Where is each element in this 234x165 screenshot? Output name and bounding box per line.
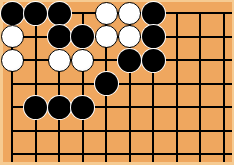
- white-stone: [1, 25, 24, 48]
- intersection[interactable]: [47, 119, 71, 143]
- intersection[interactable]: [118, 119, 142, 143]
- intersection[interactable]: [212, 142, 234, 165]
- intersection: [0, 1, 24, 25]
- white-stone: [118, 2, 141, 25]
- stones-grid: [0, 1, 234, 165]
- intersection[interactable]: [141, 142, 165, 165]
- black-stone: [24, 96, 47, 119]
- black-stone: [95, 72, 118, 95]
- intersection[interactable]: [188, 72, 212, 96]
- intersection[interactable]: [141, 119, 165, 143]
- intersection[interactable]: [94, 119, 118, 143]
- intersection[interactable]: [118, 142, 142, 165]
- intersection[interactable]: [94, 48, 118, 72]
- intersection[interactable]: [71, 72, 95, 96]
- intersection[interactable]: [165, 142, 189, 165]
- white-stone: [1, 49, 24, 72]
- intersection[interactable]: [118, 95, 142, 119]
- black-stone: [71, 96, 94, 119]
- intersection[interactable]: [165, 48, 189, 72]
- intersection: [94, 72, 118, 96]
- white-stone: [71, 49, 94, 72]
- intersection[interactable]: [212, 1, 234, 25]
- intersection[interactable]: [71, 142, 95, 165]
- intersection: [141, 25, 165, 49]
- intersection: [47, 95, 71, 119]
- intersection: [141, 1, 165, 25]
- intersection[interactable]: [24, 142, 48, 165]
- intersection: [47, 1, 71, 25]
- intersection[interactable]: [24, 119, 48, 143]
- intersection: [47, 25, 71, 49]
- intersection: [71, 25, 95, 49]
- intersection: [24, 1, 48, 25]
- intersection: [118, 48, 142, 72]
- black-stone: [1, 2, 24, 25]
- intersection: [118, 25, 142, 49]
- intersection[interactable]: [0, 142, 24, 165]
- intersection: [118, 1, 142, 25]
- intersection[interactable]: [24, 48, 48, 72]
- intersection[interactable]: [212, 95, 234, 119]
- intersection[interactable]: [94, 142, 118, 165]
- intersection[interactable]: [212, 72, 234, 96]
- white-stone: [95, 2, 118, 25]
- intersection[interactable]: [71, 119, 95, 143]
- intersection[interactable]: [165, 95, 189, 119]
- intersection[interactable]: [47, 142, 71, 165]
- intersection[interactable]: [165, 1, 189, 25]
- intersection[interactable]: [165, 25, 189, 49]
- black-stone: [142, 49, 165, 72]
- black-stone: [71, 25, 94, 48]
- intersection[interactable]: [212, 25, 234, 49]
- intersection[interactable]: [0, 95, 24, 119]
- black-stone: [48, 2, 71, 25]
- intersection[interactable]: [24, 72, 48, 96]
- intersection[interactable]: [188, 48, 212, 72]
- intersection: [71, 95, 95, 119]
- intersection[interactable]: [0, 72, 24, 96]
- go-board-diagram: [0, 0, 234, 165]
- intersection: [94, 1, 118, 25]
- white-stone: [95, 25, 118, 48]
- intersection: [141, 48, 165, 72]
- black-stone: [118, 49, 141, 72]
- black-stone: [48, 96, 71, 119]
- intersection[interactable]: [0, 119, 24, 143]
- intersection[interactable]: [141, 72, 165, 96]
- intersection[interactable]: [188, 25, 212, 49]
- intersection[interactable]: [24, 25, 48, 49]
- intersection[interactable]: [212, 119, 234, 143]
- white-stone: [118, 25, 141, 48]
- intersection: [0, 48, 24, 72]
- intersection: [71, 48, 95, 72]
- intersection: [94, 25, 118, 49]
- intersection[interactable]: [165, 72, 189, 96]
- intersection[interactable]: [188, 119, 212, 143]
- intersection[interactable]: [212, 48, 234, 72]
- intersection[interactable]: [118, 72, 142, 96]
- black-stone: [24, 2, 47, 25]
- intersection: [0, 25, 24, 49]
- intersection[interactable]: [71, 1, 95, 25]
- white-stone: [48, 49, 71, 72]
- black-stone: [48, 25, 71, 48]
- intersection[interactable]: [94, 95, 118, 119]
- intersection: [24, 95, 48, 119]
- black-stone: [142, 2, 165, 25]
- intersection[interactable]: [165, 119, 189, 143]
- intersection[interactable]: [141, 95, 165, 119]
- black-stone: [142, 25, 165, 48]
- intersection[interactable]: [188, 142, 212, 165]
- intersection[interactable]: [47, 72, 71, 96]
- intersection: [47, 48, 71, 72]
- intersection[interactable]: [188, 1, 212, 25]
- intersection[interactable]: [188, 95, 212, 119]
